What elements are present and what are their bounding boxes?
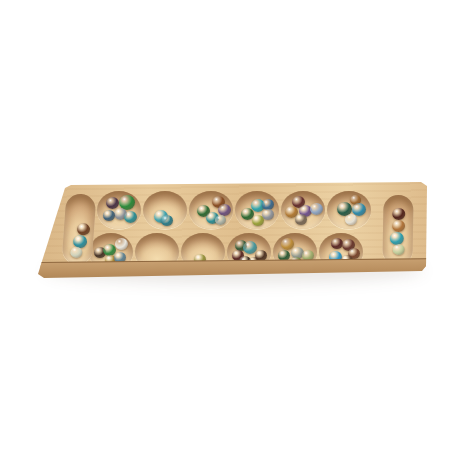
cell-top-pit-5 <box>280 189 326 231</box>
mancala-board <box>38 182 430 279</box>
top-pit-2[interactable] <box>143 191 187 229</box>
glass-bead[interactable] <box>262 209 274 220</box>
board-top-surface <box>38 182 430 268</box>
glass-bead[interactable] <box>392 244 404 255</box>
product-photo <box>0 0 470 470</box>
glass-bead[interactable] <box>161 215 173 226</box>
top-pit-3[interactable] <box>189 191 233 229</box>
store-left[interactable] <box>62 193 97 265</box>
glass-bead[interactable] <box>252 215 264 226</box>
glass-bead[interactable] <box>345 214 357 225</box>
cell-top-pit-1 <box>96 189 142 231</box>
top-pit-6[interactable] <box>327 191 371 229</box>
glass-bead[interactable] <box>115 238 128 250</box>
glass-bead[interactable] <box>392 207 405 219</box>
cell-top-pit-6 <box>326 189 372 231</box>
glass-bead[interactable] <box>310 203 323 215</box>
glass-bead[interactable] <box>103 210 115 221</box>
glass-bead[interactable] <box>106 197 119 209</box>
glass-bead[interactable] <box>295 214 307 225</box>
glass-bead[interactable] <box>124 211 137 223</box>
glass-bead[interactable] <box>215 215 226 225</box>
top-pit-1[interactable] <box>97 191 141 229</box>
top-pit-5[interactable] <box>281 191 325 229</box>
cell-top-pit-3 <box>188 189 234 231</box>
glass-bead[interactable] <box>392 220 405 232</box>
cell-top-pit-2 <box>142 189 188 231</box>
top-pit-4[interactable] <box>235 191 279 229</box>
cell-top-pit-4 <box>234 189 280 231</box>
store-right[interactable] <box>382 195 413 266</box>
